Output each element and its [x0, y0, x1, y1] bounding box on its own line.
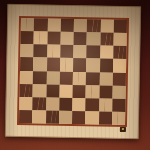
board-square[interactable] [85, 98, 98, 111]
board-square[interactable] [74, 19, 87, 32]
board-square[interactable] [34, 31, 47, 44]
board-square[interactable] [33, 71, 46, 84]
board-square[interactable] [46, 84, 59, 97]
board-square[interactable] [21, 31, 34, 44]
board-square[interactable] [33, 84, 46, 97]
board-square[interactable] [47, 19, 60, 32]
board-square[interactable] [86, 59, 99, 72]
board-square[interactable] [60, 58, 73, 71]
board-square[interactable] [113, 59, 126, 72]
board-square[interactable] [60, 45, 73, 58]
board-square[interactable] [112, 85, 125, 98]
board-square[interactable] [100, 20, 113, 33]
board-square[interactable] [112, 99, 125, 112]
board-square[interactable] [20, 57, 33, 70]
board-square[interactable] [113, 46, 126, 59]
board-square[interactable] [99, 98, 112, 111]
board-square[interactable] [73, 58, 86, 71]
board-square[interactable] [85, 111, 98, 124]
board-square[interactable] [34, 44, 47, 57]
board-square[interactable] [60, 32, 73, 45]
board-square[interactable] [59, 97, 72, 110]
board-square[interactable] [100, 46, 113, 59]
board-square[interactable] [99, 72, 112, 85]
board-square[interactable] [73, 72, 86, 85]
board-square[interactable] [99, 59, 112, 72]
board-square[interactable] [46, 97, 59, 110]
board-square[interactable] [47, 58, 60, 71]
maker-stamp-icon [120, 127, 126, 132]
board-square[interactable] [72, 98, 85, 111]
board-square[interactable] [45, 110, 58, 123]
chess-board [5, 4, 142, 140]
board-square[interactable] [46, 71, 59, 84]
board-square[interactable] [113, 33, 126, 46]
board-square[interactable] [72, 85, 85, 98]
table-surface [0, 0, 150, 150]
board-square[interactable] [60, 71, 73, 84]
board-square[interactable] [86, 46, 99, 59]
board-square[interactable] [34, 18, 47, 31]
board-square[interactable] [74, 32, 87, 45]
board-square[interactable] [20, 70, 33, 83]
board-square[interactable] [21, 18, 34, 31]
board-square[interactable] [87, 32, 100, 45]
board-square[interactable] [99, 85, 112, 98]
board-square[interactable] [47, 45, 60, 58]
board-square[interactable] [32, 110, 45, 123]
playing-area [17, 16, 129, 127]
board-square[interactable] [61, 19, 74, 32]
board-square[interactable] [87, 19, 100, 32]
board-square[interactable] [113, 20, 126, 33]
board-square[interactable] [33, 58, 46, 71]
board-square[interactable] [47, 32, 60, 45]
board-square[interactable] [20, 44, 33, 57]
board-square[interactable] [86, 72, 99, 85]
board-square[interactable] [59, 111, 72, 124]
board-square[interactable] [98, 111, 111, 124]
board-square[interactable] [112, 72, 125, 85]
board-square[interactable] [19, 110, 32, 123]
board-square[interactable] [112, 112, 125, 125]
board-square[interactable] [100, 33, 113, 46]
board-square[interactable] [19, 97, 32, 110]
board-square[interactable] [20, 84, 33, 97]
board-square[interactable] [59, 84, 72, 97]
board-square[interactable] [33, 97, 46, 110]
board-grid [19, 18, 127, 125]
board-square[interactable] [72, 111, 85, 124]
board-square[interactable] [73, 45, 86, 58]
board-square[interactable] [86, 85, 99, 98]
